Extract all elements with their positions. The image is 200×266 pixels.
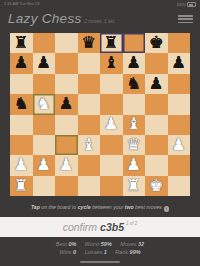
rank-value: 99% [130, 249, 141, 255]
square-e4[interactable]: ♟ [100, 115, 123, 135]
status-date: Tue Nov 19 [20, 2, 40, 6]
black-pawn-f7: ♟ [126, 55, 141, 72]
square-c8[interactable] [55, 33, 78, 53]
move-counter: 1 of 2 [126, 221, 137, 226]
moves-value: 32 [138, 241, 144, 247]
square-g4[interactable] [145, 115, 168, 135]
losses-label: Losses [85, 249, 102, 255]
square-a7[interactable]: ♟ [10, 53, 33, 73]
square-c6[interactable] [55, 74, 78, 94]
square-h6[interactable] [168, 74, 191, 94]
black-pawn-h7: ♟ [171, 55, 186, 72]
black-rook-e8: ♜ [104, 34, 119, 51]
square-f8[interactable] [123, 33, 146, 53]
square-g3[interactable] [145, 135, 168, 155]
black-rook-a8: ♜ [14, 34, 29, 51]
instruction-parts: Tap on the board to cycle between your t… [31, 204, 162, 210]
white-pawn-a2: ♟ [14, 157, 29, 174]
confirm-move-button[interactable]: confirm c3b5 1 of 2 [0, 217, 200, 237]
square-b4[interactable] [33, 115, 56, 135]
square-g6[interactable]: ♟ [145, 74, 168, 94]
square-g1[interactable]: ♚ [145, 176, 168, 196]
square-h7[interactable]: ♟ [168, 53, 191, 73]
square-e5[interactable] [100, 94, 123, 114]
white-bishop-f4: ♝ [126, 116, 141, 133]
black-king-g8: ♚ [149, 34, 164, 51]
square-c1[interactable] [55, 176, 78, 196]
square-a6[interactable] [10, 74, 33, 94]
white-pawn-c2: ♟ [59, 157, 74, 174]
square-b2[interactable]: ♟ [33, 155, 56, 175]
square-h3[interactable]: ♟ [168, 135, 191, 155]
square-b3[interactable] [33, 135, 56, 155]
battery-icon [187, 2, 196, 7]
square-h5[interactable] [168, 94, 191, 114]
white-bishop-d3: ♝ [81, 136, 96, 153]
black-bishop-e7: ♝ [104, 55, 119, 72]
status-time: 1:35 AM [4, 2, 18, 6]
square-g5[interactable] [145, 94, 168, 114]
square-f3[interactable]: ♛ [123, 135, 146, 155]
app-subtitle: 2 moves, 1 sec [85, 19, 115, 24]
square-a5[interactable]: ♞ [10, 94, 33, 114]
square-g2[interactable] [145, 155, 168, 175]
chess-board[interactable]: ♜♛♜♚♟♟♝♟♟♞♟♞♞♟♟♝♝♛♟♟♟♟♟♜♜♚ [10, 33, 190, 196]
losses-value: 1 [104, 249, 107, 255]
square-b6[interactable] [33, 74, 56, 94]
square-f7[interactable]: ♟ [123, 53, 146, 73]
square-d6[interactable] [78, 74, 101, 94]
square-b5[interactable]: ♞ [33, 94, 56, 114]
best-label: Best [56, 241, 67, 247]
square-c4[interactable] [55, 115, 78, 135]
square-f6[interactable]: ♞ [123, 74, 146, 94]
square-a4[interactable] [10, 115, 33, 135]
rank-label: Rank [115, 249, 128, 255]
white-pawn-e4: ♟ [104, 116, 119, 133]
square-f2[interactable]: ♟ [123, 155, 146, 175]
square-f5[interactable] [123, 94, 146, 114]
white-king-g1: ♚ [149, 177, 164, 194]
home-indicator[interactable] [80, 261, 120, 263]
stats-line-2: Wins 0 Losses 1 Rank 99% [0, 248, 200, 256]
status-bar: 1:35 AM Tue Nov 19 100% [0, 1, 200, 8]
black-queen-d8: ♛ [81, 34, 96, 51]
square-c5[interactable]: ♟ [55, 94, 78, 114]
moves-label: Moves [120, 241, 136, 247]
app-title: Lazy Chess [8, 11, 82, 26]
square-e7[interactable]: ♝ [100, 53, 123, 73]
square-e2[interactable] [100, 155, 123, 175]
header: Lazy Chess 2 moves, 1 sec [8, 11, 115, 26]
square-d8[interactable]: ♛ [78, 33, 101, 53]
square-a1[interactable]: ♜ [10, 176, 33, 196]
square-h1[interactable] [168, 176, 191, 196]
white-knight-b5: ♞ [36, 96, 51, 113]
black-pawn-g6: ♟ [149, 75, 164, 92]
square-d1[interactable] [78, 176, 101, 196]
black-knight-a5: ♞ [14, 96, 29, 113]
stats-panel: Best 0% Worst 59% Moves 32 Wins 0 Losses… [0, 240, 200, 256]
black-pawn-a7: ♟ [14, 55, 29, 72]
battery-percent: 100% [177, 3, 186, 7]
stats-line-1: Best 0% Worst 59% Moves 32 [0, 240, 200, 248]
wins-label: Wins [59, 249, 71, 255]
square-g7[interactable] [145, 53, 168, 73]
square-c2[interactable]: ♟ [55, 155, 78, 175]
black-pawn-b7: ♟ [36, 55, 51, 72]
black-knight-f6: ♞ [126, 75, 141, 92]
info-icon[interactable]: i [164, 206, 170, 212]
hamburger-menu-icon[interactable] [178, 15, 193, 25]
square-f4[interactable]: ♝ [123, 115, 146, 135]
instruction-text: Tap on the board to cycle between your t… [0, 204, 200, 212]
square-d3[interactable]: ♝ [78, 135, 101, 155]
square-d5[interactable] [78, 94, 101, 114]
white-pawn-b2: ♟ [36, 157, 51, 174]
square-c7[interactable] [55, 53, 78, 73]
square-a3[interactable] [10, 135, 33, 155]
square-a2[interactable]: ♟ [10, 155, 33, 175]
square-h2[interactable] [168, 155, 191, 175]
square-h8[interactable] [168, 33, 191, 53]
square-d2[interactable] [78, 155, 101, 175]
square-e6[interactable] [100, 74, 123, 94]
square-a8[interactable]: ♜ [10, 33, 33, 53]
worst-label: Worst [85, 241, 99, 247]
worst-value: 59% [101, 241, 112, 247]
white-pawn-f2: ♟ [126, 157, 141, 174]
square-e8[interactable]: ♜ [100, 33, 123, 53]
square-h4[interactable] [168, 115, 191, 135]
square-c3[interactable] [55, 135, 78, 155]
white-rook-f1: ♜ [126, 177, 141, 194]
wins-value: 0 [73, 249, 76, 255]
square-g8[interactable]: ♚ [145, 33, 168, 53]
square-b8[interactable] [33, 33, 56, 53]
square-b7[interactable]: ♟ [33, 53, 56, 73]
confirm-label: confirm [63, 221, 97, 233]
white-rook-a1: ♜ [14, 177, 29, 194]
square-b1[interactable] [33, 176, 56, 196]
square-f1[interactable]: ♜ [123, 176, 146, 196]
best-value: 0% [68, 241, 76, 247]
square-d7[interactable] [78, 53, 101, 73]
status-time-date: 1:35 AM Tue Nov 19 [4, 2, 39, 6]
white-queen-f3: ♛ [126, 136, 141, 153]
square-e3[interactable] [100, 135, 123, 155]
confirm-move-text: c3b5 [100, 221, 124, 233]
white-pawn-h3: ♟ [171, 136, 186, 153]
square-e1[interactable] [100, 176, 123, 196]
black-pawn-c5: ♟ [59, 96, 74, 113]
square-d4[interactable] [78, 115, 101, 135]
